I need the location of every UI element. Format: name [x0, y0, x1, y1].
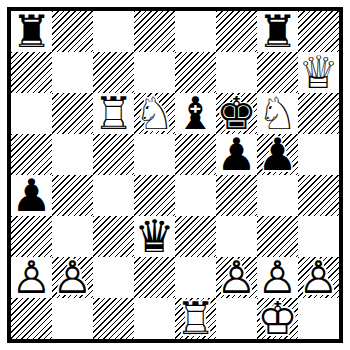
square-a3[interactable]	[11, 216, 52, 257]
white-pawn: ♙	[216, 257, 257, 298]
square-c8[interactable]	[93, 11, 134, 52]
square-b7[interactable]	[52, 52, 93, 93]
square-e7[interactable]	[175, 52, 216, 93]
square-e5[interactable]	[175, 134, 216, 175]
square-g7[interactable]	[257, 52, 298, 93]
square-f8[interactable]	[216, 11, 257, 52]
square-g3[interactable]	[257, 216, 298, 257]
square-b3[interactable]	[52, 216, 93, 257]
square-a6[interactable]	[11, 93, 52, 134]
square-b1[interactable]	[52, 298, 93, 339]
black-rook: ♜	[11, 11, 52, 52]
white-pawn-underlay: ♟	[257, 257, 298, 298]
square-d4[interactable]	[134, 175, 175, 216]
square-e6[interactable]: ♝	[175, 93, 216, 134]
square-h5[interactable]	[298, 134, 339, 175]
square-d5[interactable]	[134, 134, 175, 175]
square-c7[interactable]	[93, 52, 134, 93]
square-f5[interactable]: ♟	[216, 134, 257, 175]
white-pawn: ♙	[11, 257, 52, 298]
black-rook: ♜	[257, 11, 298, 52]
square-f3[interactable]	[216, 216, 257, 257]
square-d1[interactable]	[134, 298, 175, 339]
white-knight-underlay: ♞	[134, 93, 175, 134]
square-a5[interactable]	[11, 134, 52, 175]
white-pawn-underlay: ♟	[216, 257, 257, 298]
square-a1[interactable]	[11, 298, 52, 339]
square-c4[interactable]	[93, 175, 134, 216]
square-a4[interactable]: ♟	[11, 175, 52, 216]
square-f2[interactable]: ♟♙	[216, 257, 257, 298]
square-f6[interactable]: ♚	[216, 93, 257, 134]
square-c6[interactable]: ♜♖	[93, 93, 134, 134]
white-rook-underlay: ♜	[175, 298, 216, 339]
square-a2[interactable]: ♟♙	[11, 257, 52, 298]
square-c3[interactable]	[93, 216, 134, 257]
black-king: ♚	[216, 93, 257, 134]
square-h7[interactable]: ♛♕	[298, 52, 339, 93]
square-d7[interactable]	[134, 52, 175, 93]
white-rook: ♖	[93, 93, 134, 134]
square-b4[interactable]	[52, 175, 93, 216]
square-c2[interactable]	[93, 257, 134, 298]
white-pawn: ♙	[257, 257, 298, 298]
square-f4[interactable]	[216, 175, 257, 216]
white-queen-underlay: ♛	[298, 52, 339, 93]
square-h2[interactable]: ♟♙	[298, 257, 339, 298]
square-a7[interactable]	[11, 52, 52, 93]
white-rook-underlay: ♜	[93, 93, 134, 134]
white-queen: ♕	[298, 52, 339, 93]
black-pawn: ♟	[11, 175, 52, 216]
square-h6[interactable]	[298, 93, 339, 134]
square-e2[interactable]	[175, 257, 216, 298]
white-king: ♔	[257, 298, 298, 339]
square-g4[interactable]	[257, 175, 298, 216]
chess-diagram: ♜♜♛♕♜♖♞♘♝♚♞♘♟♟♟♛♟♙♟♙♟♙♟♙♟♙♜♖♚♔	[0, 0, 350, 350]
black-queen: ♛	[134, 216, 175, 257]
white-knight: ♘	[257, 93, 298, 134]
black-pawn: ♟	[257, 134, 298, 175]
square-b5[interactable]	[52, 134, 93, 175]
white-pawn-underlay: ♟	[11, 257, 52, 298]
square-b2[interactable]: ♟♙	[52, 257, 93, 298]
square-g5[interactable]: ♟	[257, 134, 298, 175]
square-h8[interactable]	[298, 11, 339, 52]
square-b6[interactable]	[52, 93, 93, 134]
chessboard: ♜♜♛♕♜♖♞♘♝♚♞♘♟♟♟♛♟♙♟♙♟♙♟♙♟♙♜♖♚♔	[7, 7, 343, 343]
square-h3[interactable]	[298, 216, 339, 257]
square-d3[interactable]: ♛	[134, 216, 175, 257]
square-e1[interactable]: ♜♖	[175, 298, 216, 339]
square-f1[interactable]	[216, 298, 257, 339]
square-d6[interactable]: ♞♘	[134, 93, 175, 134]
square-a8[interactable]: ♜	[11, 11, 52, 52]
square-e8[interactable]	[175, 11, 216, 52]
white-pawn: ♙	[52, 257, 93, 298]
white-pawn-underlay: ♟	[52, 257, 93, 298]
square-f7[interactable]	[216, 52, 257, 93]
square-d8[interactable]	[134, 11, 175, 52]
square-g1[interactable]: ♚♔	[257, 298, 298, 339]
square-g2[interactable]: ♟♙	[257, 257, 298, 298]
square-h1[interactable]	[298, 298, 339, 339]
square-h4[interactable]	[298, 175, 339, 216]
white-pawn-underlay: ♟	[298, 257, 339, 298]
square-b8[interactable]	[52, 11, 93, 52]
square-e3[interactable]	[175, 216, 216, 257]
white-pawn: ♙	[298, 257, 339, 298]
white-king-underlay: ♚	[257, 298, 298, 339]
square-d2[interactable]	[134, 257, 175, 298]
square-c1[interactable]	[93, 298, 134, 339]
white-rook: ♖	[175, 298, 216, 339]
white-knight: ♘	[134, 93, 175, 134]
black-bishop: ♝	[175, 93, 216, 134]
square-g6[interactable]: ♞♘	[257, 93, 298, 134]
square-c5[interactable]	[93, 134, 134, 175]
white-knight-underlay: ♞	[257, 93, 298, 134]
square-g8[interactable]: ♜	[257, 11, 298, 52]
black-pawn: ♟	[216, 134, 257, 175]
square-e4[interactable]	[175, 175, 216, 216]
